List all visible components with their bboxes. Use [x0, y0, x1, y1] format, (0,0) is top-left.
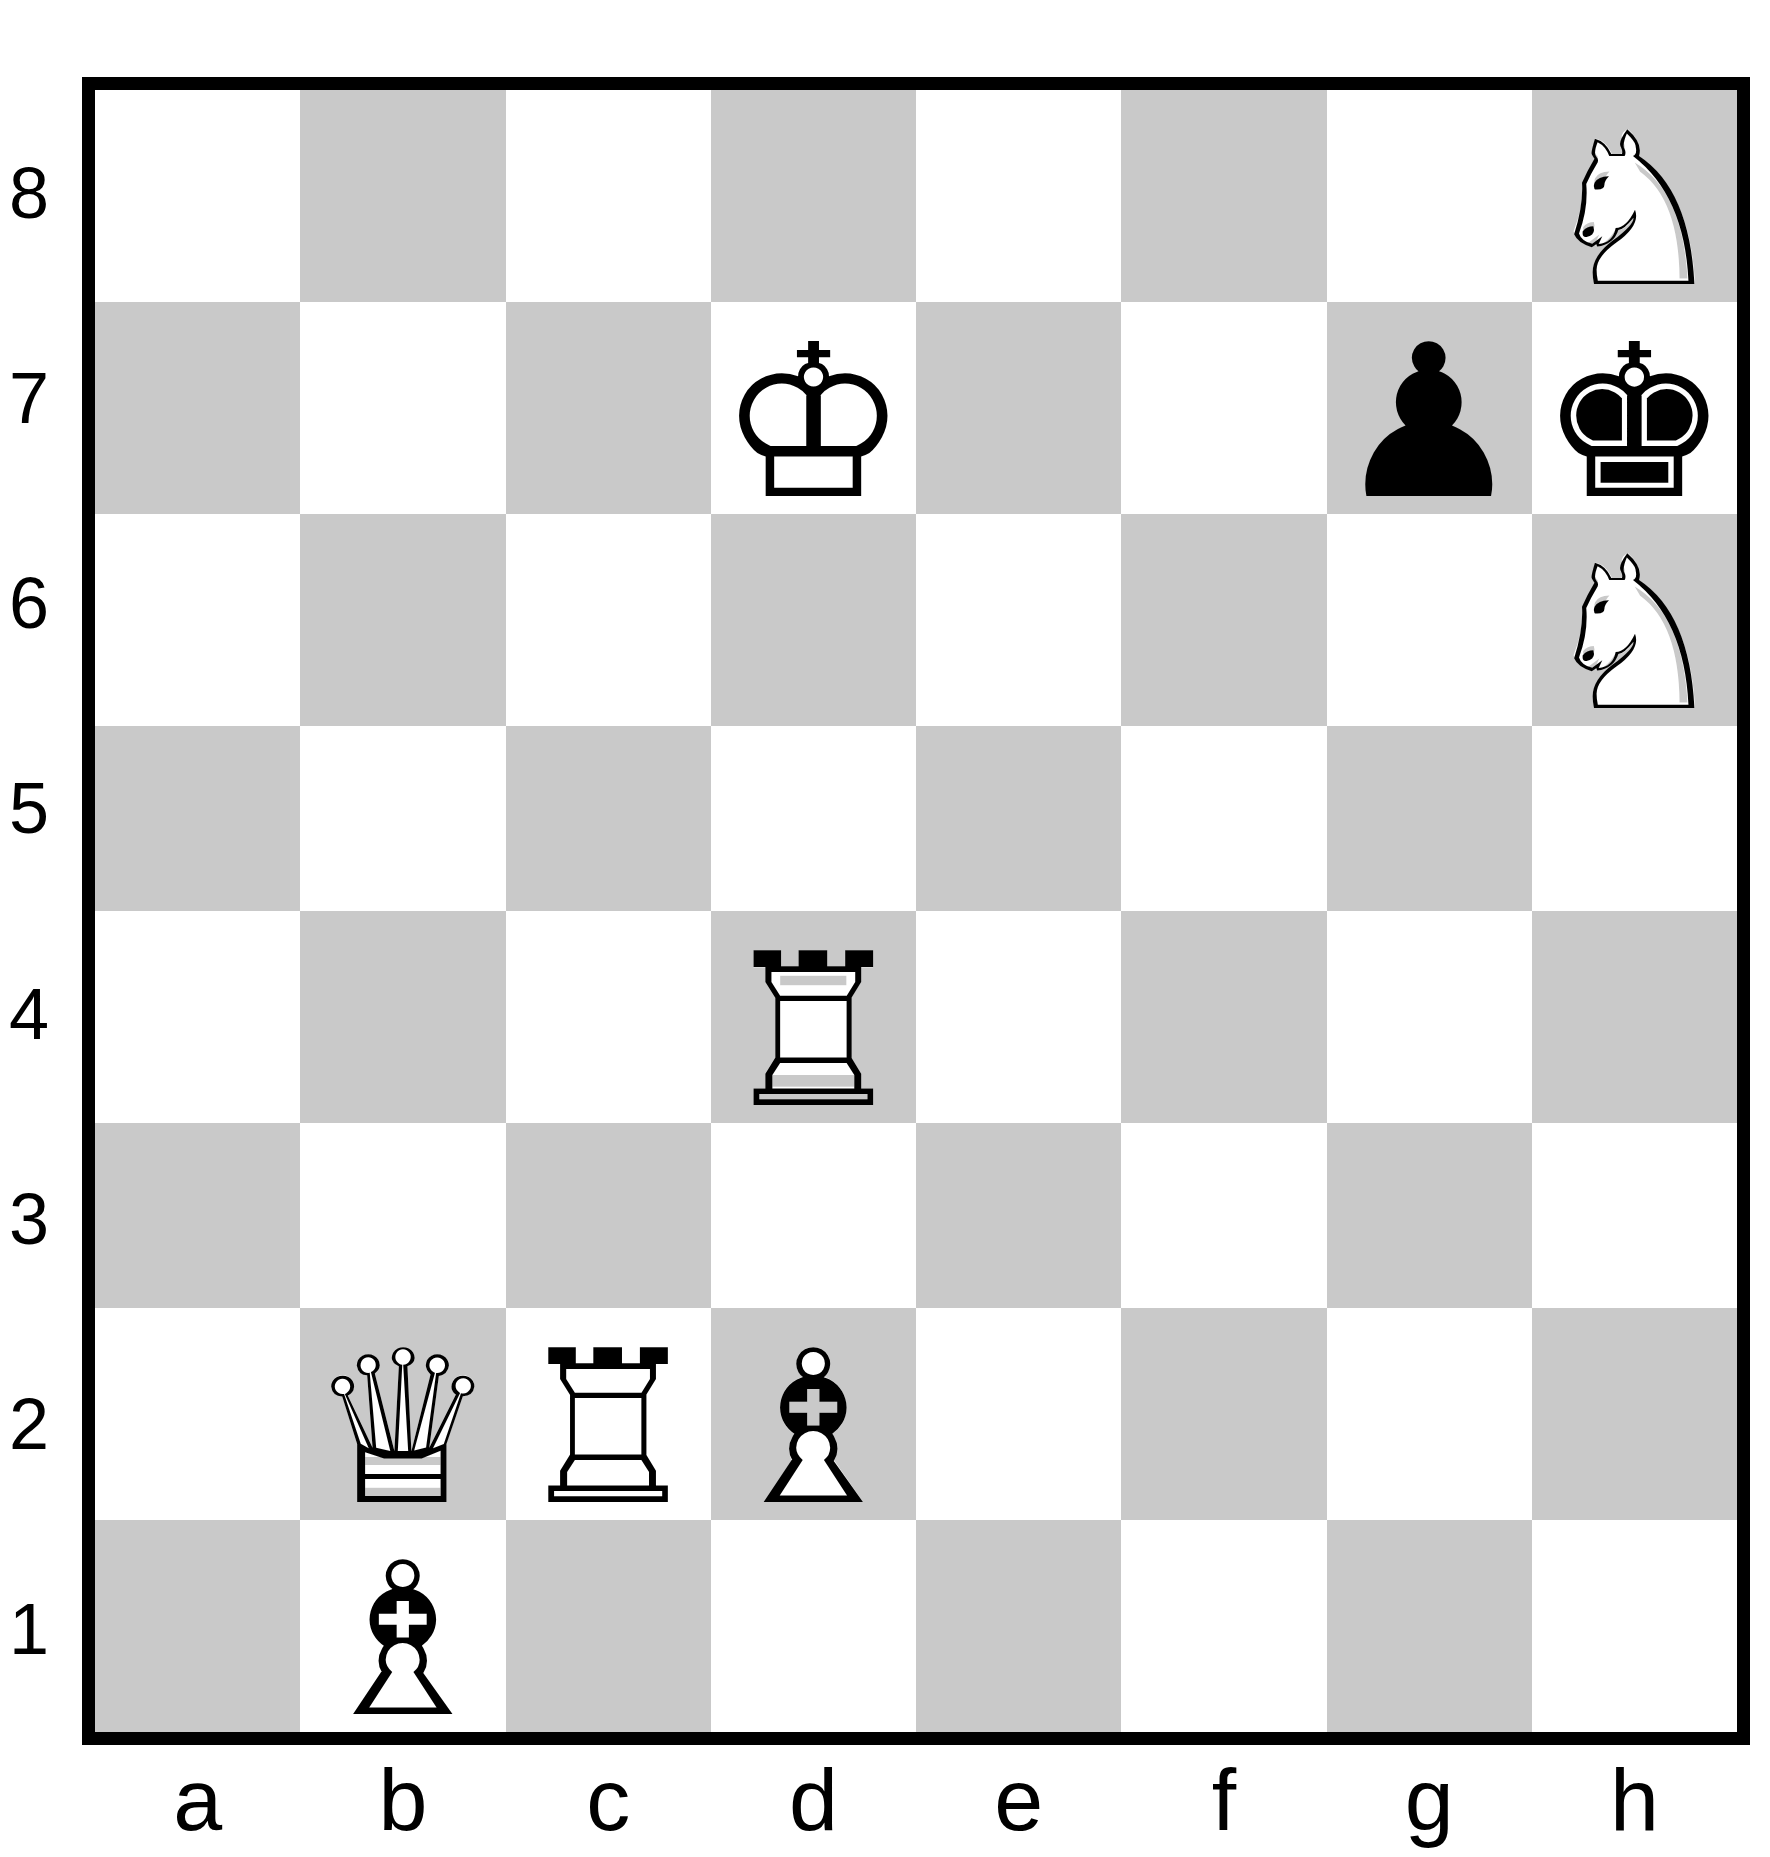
- piece-outline-layer: ♗: [718, 1305, 908, 1552]
- square-d6[interactable]: [711, 514, 916, 726]
- square-c5[interactable]: [506, 726, 711, 911]
- square-b3[interactable]: [300, 1123, 505, 1308]
- square-h6[interactable]: ♞♘: [1532, 514, 1737, 726]
- square-g2[interactable]: [1327, 1308, 1532, 1520]
- file-label-h: h: [1532, 1748, 1737, 1852]
- square-b2[interactable]: ♛♕: [300, 1308, 505, 1520]
- file-label-a: a: [95, 1748, 300, 1852]
- square-a1[interactable]: [95, 1520, 300, 1732]
- rank-label-3: 3: [0, 1116, 58, 1321]
- square-f1[interactable]: [1121, 1520, 1326, 1732]
- white-king-d7[interactable]: ♚♔: [718, 317, 908, 529]
- square-a5[interactable]: [95, 726, 300, 911]
- square-f8[interactable]: [1121, 90, 1326, 302]
- square-f7[interactable]: [1121, 302, 1326, 514]
- square-a7[interactable]: [95, 302, 300, 514]
- square-e2[interactable]: [916, 1308, 1121, 1520]
- square-g3[interactable]: [1327, 1123, 1532, 1308]
- white-rook-d4[interactable]: ♜♖: [718, 926, 908, 1138]
- piece-outline-layer: ♖: [513, 1305, 703, 1552]
- square-a6[interactable]: [95, 514, 300, 726]
- file-label-d: d: [711, 1748, 916, 1852]
- square-h8[interactable]: ♞♘: [1532, 90, 1737, 302]
- square-c2[interactable]: ♜♖: [506, 1308, 711, 1520]
- square-b6[interactable]: [300, 514, 505, 726]
- piece-outline-layer: ♘: [1539, 511, 1729, 758]
- square-d1[interactable]: [711, 1520, 916, 1732]
- square-d7[interactable]: ♚♔: [711, 302, 916, 514]
- file-label-f: f: [1121, 1748, 1326, 1852]
- square-g7[interactable]: ♟: [1327, 302, 1532, 514]
- square-g4[interactable]: [1327, 911, 1532, 1123]
- white-knight-h6[interactable]: ♞♘: [1539, 529, 1729, 741]
- square-c8[interactable]: [506, 90, 711, 302]
- square-c1[interactable]: [506, 1520, 711, 1732]
- chess-diagram-page: 87654321 ♞♘♚♔♟♚♞♘♜♖♛♕♜♖♝♗♝♗ abcdefgh: [0, 0, 1770, 1857]
- square-f4[interactable]: [1121, 911, 1326, 1123]
- square-c6[interactable]: [506, 514, 711, 726]
- square-h7[interactable]: ♚: [1532, 302, 1737, 514]
- square-g8[interactable]: [1327, 90, 1532, 302]
- file-label-e: e: [916, 1748, 1121, 1852]
- square-e5[interactable]: [916, 726, 1121, 911]
- square-a8[interactable]: [95, 90, 300, 302]
- square-b1[interactable]: ♝♗: [300, 1520, 505, 1732]
- square-d5[interactable]: [711, 726, 916, 911]
- square-h5[interactable]: [1532, 726, 1737, 911]
- rank-label-8: 8: [0, 90, 58, 295]
- piece-outline-layer: ♗: [308, 1517, 498, 1764]
- square-b4[interactable]: [300, 911, 505, 1123]
- white-bishop-b1[interactable]: ♝♗: [308, 1535, 498, 1747]
- square-b5[interactable]: [300, 726, 505, 911]
- piece-outline-layer: ♔: [718, 299, 908, 546]
- rank-label-7: 7: [0, 295, 58, 500]
- square-a4[interactable]: [95, 911, 300, 1123]
- piece-outline-layer: ♖: [718, 908, 908, 1155]
- rank-label-6: 6: [0, 501, 58, 706]
- square-f5[interactable]: [1121, 726, 1326, 911]
- piece-solid-layer: ♚: [1539, 299, 1729, 546]
- square-c3[interactable]: [506, 1123, 711, 1308]
- square-h4[interactable]: [1532, 911, 1737, 1123]
- rank-label-4: 4: [0, 911, 58, 1116]
- square-b7[interactable]: [300, 302, 505, 514]
- rank-label-2: 2: [0, 1322, 58, 1527]
- file-labels: abcdefgh: [95, 1748, 1737, 1852]
- square-d2[interactable]: ♝♗: [711, 1308, 916, 1520]
- square-g5[interactable]: [1327, 726, 1532, 911]
- square-e6[interactable]: [916, 514, 1121, 726]
- square-e4[interactable]: [916, 911, 1121, 1123]
- square-g6[interactable]: [1327, 514, 1532, 726]
- square-c4[interactable]: [506, 911, 711, 1123]
- rank-label-1: 1: [0, 1527, 58, 1732]
- square-h2[interactable]: [1532, 1308, 1737, 1520]
- file-label-g: g: [1327, 1748, 1532, 1852]
- file-label-c: c: [506, 1748, 711, 1852]
- square-c7[interactable]: [506, 302, 711, 514]
- square-g1[interactable]: [1327, 1520, 1532, 1732]
- rank-labels: 87654321: [0, 90, 58, 1732]
- square-f2[interactable]: [1121, 1308, 1326, 1520]
- square-h3[interactable]: [1532, 1123, 1737, 1308]
- rank-label-5: 5: [0, 706, 58, 911]
- piece-solid-layer: ♟: [1334, 299, 1524, 546]
- white-rook-c2[interactable]: ♜♖: [513, 1323, 703, 1535]
- square-a2[interactable]: [95, 1308, 300, 1520]
- square-f3[interactable]: [1121, 1123, 1326, 1308]
- black-king-h7[interactable]: ♚: [1539, 317, 1729, 529]
- white-knight-h8[interactable]: ♞♘: [1539, 105, 1729, 317]
- square-f6[interactable]: [1121, 514, 1326, 726]
- square-a3[interactable]: [95, 1123, 300, 1308]
- square-d3[interactable]: [711, 1123, 916, 1308]
- piece-outline-layer: ♕: [308, 1305, 498, 1552]
- square-e1[interactable]: [916, 1520, 1121, 1732]
- square-d4[interactable]: ♜♖: [711, 911, 916, 1123]
- square-e7[interactable]: [916, 302, 1121, 514]
- black-pawn-g7[interactable]: ♟: [1334, 317, 1524, 529]
- square-d8[interactable]: [711, 90, 916, 302]
- piece-outline-layer: ♘: [1539, 87, 1729, 334]
- square-b8[interactable]: [300, 90, 505, 302]
- white-bishop-d2[interactable]: ♝♗: [718, 1323, 908, 1535]
- square-e3[interactable]: [916, 1123, 1121, 1308]
- square-h1[interactable]: [1532, 1520, 1737, 1732]
- square-e8[interactable]: [916, 90, 1121, 302]
- white-queen-b2[interactable]: ♛♕: [308, 1323, 498, 1535]
- chess-board: ♞♘♚♔♟♚♞♘♜♖♛♕♜♖♝♗♝♗: [82, 77, 1750, 1745]
- file-label-b: b: [300, 1748, 505, 1852]
